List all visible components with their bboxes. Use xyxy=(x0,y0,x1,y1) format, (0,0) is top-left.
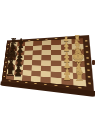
pieces-layer: ♜♟♟♜♞♟♟♞♝♟♟♝♛♟♟♛♚♟♟♚♝♟♟♝♞♟♟♞♜♟♟♜ xyxy=(0,0,95,126)
white-pawn: ♟ xyxy=(63,73,72,83)
chess-set-product-photo: ♜♟♟♜♞♟♟♞♝♟♟♝♛♟♟♛♚♟♟♚♝♟♟♝♞♟♟♞♜♟♟♜ xyxy=(0,0,95,126)
white-rook: ♜ xyxy=(74,72,84,84)
black-pawn: ♟ xyxy=(14,69,23,79)
